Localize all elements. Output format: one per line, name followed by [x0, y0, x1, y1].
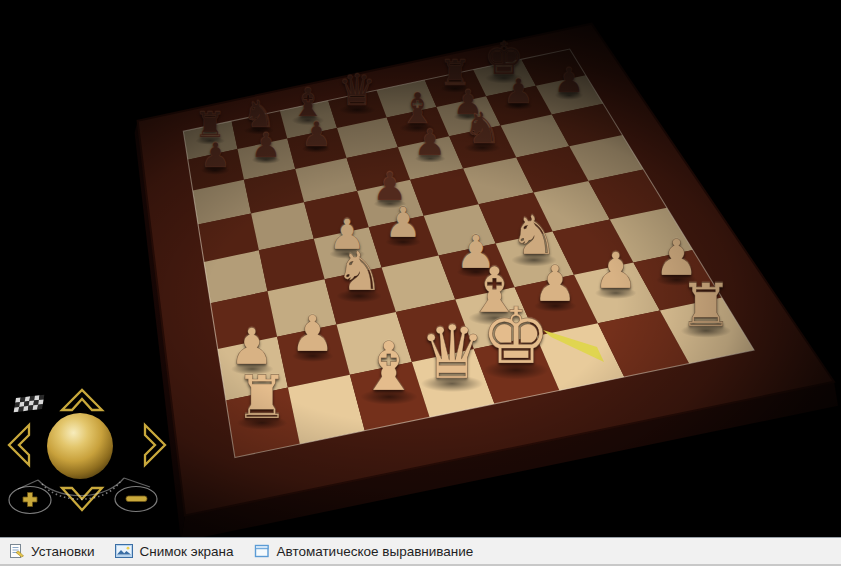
piece-w-b-c1[interactable]: ♝ — [358, 333, 419, 401]
piece-w-k-e1[interactable]: ♚ — [481, 298, 551, 376]
rotate-right-button[interactable] — [145, 425, 165, 465]
piece-w-p-b2[interactable]: ♟ — [290, 309, 335, 359]
piece-b-p-e6[interactable]: ♟ — [414, 124, 446, 160]
statusbar-item-label: Автоматическое выравнивание — [277, 544, 474, 559]
piece-w-r-h1[interactable]: ♜ — [679, 275, 733, 335]
piece-b-p-g7[interactable]: ♟ — [503, 74, 533, 108]
piece-b-n-f6[interactable]: ♞ — [463, 107, 502, 150]
piece-w-q-d1[interactable]: ♛ — [419, 314, 485, 388]
piece-b-p-h7[interactable]: ♟ — [554, 63, 584, 97]
statusbar-item-screenshot[interactable]: Снимок экрана — [115, 544, 234, 559]
piece-w-r-a1[interactable]: ♜ — [235, 367, 289, 427]
app-window: ♚♜♟♟♛♟♝♝♞♜♞♟♟♟♟♟♟♟♞♟♟♟♞♟♝♜♟♟♚♛♝♜ — [0, 0, 841, 566]
statusbar-item-settings[interactable]: Установки — [8, 543, 95, 559]
zoom-in-button[interactable] — [23, 493, 37, 507]
statusbar: Установки Снимок экрана Автоматическое в… — [0, 537, 841, 566]
board-3d-scene: ♚♜♟♟♛♟♝♝♞♜♞♟♟♟♟♟♟♟♞♟♟♟♞♟♝♜♟♟♚♛♝♜ — [0, 0, 841, 537]
settings-doc-icon — [8, 543, 24, 559]
piece-w-n-c3[interactable]: ♞ — [335, 245, 383, 299]
piece-b-q-d8[interactable]: ♛ — [338, 69, 377, 112]
piece-b-p-a7[interactable]: ♟ — [200, 138, 230, 172]
view-navigation-widget — [2, 383, 174, 535]
orbit-arc — [38, 478, 124, 496]
piece-w-p-g2[interactable]: ♟ — [594, 246, 639, 296]
statusbar-item-autoalign[interactable]: Автоматическое выравнивание — [254, 544, 474, 559]
statusbar-item-label: Снимок экрана — [140, 544, 234, 559]
rotate-left-button[interactable] — [9, 425, 29, 465]
piece-w-p-d4[interactable]: ♟ — [384, 202, 422, 244]
piece-b-p-b7[interactable]: ♟ — [251, 127, 281, 161]
window-align-icon — [254, 544, 270, 558]
piece-b-p-c7[interactable]: ♟ — [301, 117, 331, 151]
trackball[interactable] — [47, 413, 113, 479]
zoom-out-button[interactable] — [126, 496, 147, 502]
finish-flag-icon[interactable] — [14, 395, 45, 413]
rotate-up-button[interactable] — [62, 390, 102, 410]
statusbar-item-label: Установки — [31, 544, 95, 559]
screenshot-icon — [115, 544, 133, 558]
orbit-connector-right — [124, 478, 150, 487]
